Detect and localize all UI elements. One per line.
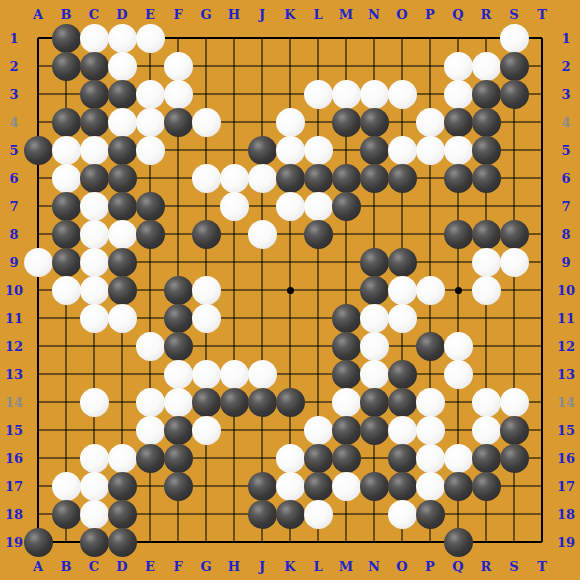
row-label-left-8: 8 bbox=[9, 228, 18, 241]
stone-black-K18 bbox=[276, 500, 305, 529]
stone-white-E14 bbox=[136, 388, 165, 417]
stone-black-B4 bbox=[52, 108, 81, 137]
col-label-top-Q: Q bbox=[452, 8, 463, 21]
stone-white-H13 bbox=[220, 360, 249, 389]
stone-white-L5 bbox=[304, 136, 333, 165]
stone-white-F13 bbox=[164, 360, 193, 389]
stone-white-C18 bbox=[80, 500, 109, 529]
stone-black-D7 bbox=[108, 192, 137, 221]
stone-black-B8 bbox=[52, 220, 81, 249]
col-label-top-M: M bbox=[339, 8, 353, 21]
row-label-left-2: 2 bbox=[9, 60, 18, 73]
stone-white-L3 bbox=[304, 80, 333, 109]
stone-white-S9 bbox=[500, 248, 529, 277]
col-label-bottom-S: S bbox=[509, 560, 518, 573]
stone-black-N4 bbox=[360, 108, 389, 137]
stone-white-C7 bbox=[80, 192, 109, 221]
row-label-right-2: 2 bbox=[561, 60, 570, 73]
stone-white-O3 bbox=[388, 80, 417, 109]
stone-black-S8 bbox=[500, 220, 529, 249]
stone-white-R15 bbox=[472, 416, 501, 445]
stone-white-P16 bbox=[416, 444, 445, 473]
col-label-bottom-E: E bbox=[145, 560, 155, 573]
row-label-left-5: 5 bbox=[9, 144, 18, 157]
stone-white-F2 bbox=[164, 52, 193, 81]
stone-black-J18 bbox=[248, 500, 277, 529]
col-label-bottom-P: P bbox=[425, 560, 435, 573]
stone-white-C5 bbox=[80, 136, 109, 165]
stone-black-F10 bbox=[164, 276, 193, 305]
stone-white-N13 bbox=[360, 360, 389, 389]
stone-white-E1 bbox=[136, 24, 165, 53]
stone-white-C11 bbox=[80, 304, 109, 333]
stone-white-Q16 bbox=[444, 444, 473, 473]
hoshi-Q10 bbox=[455, 287, 462, 294]
row-label-left-7: 7 bbox=[9, 200, 18, 213]
stone-black-E8 bbox=[136, 220, 165, 249]
stone-white-G13 bbox=[192, 360, 221, 389]
stone-black-J5 bbox=[248, 136, 277, 165]
stone-white-K16 bbox=[276, 444, 305, 473]
col-label-top-B: B bbox=[61, 8, 72, 21]
stone-black-G8 bbox=[192, 220, 221, 249]
stone-white-N11 bbox=[360, 304, 389, 333]
col-label-bottom-T: T bbox=[537, 560, 547, 573]
stone-white-G10 bbox=[192, 276, 221, 305]
stone-black-M13 bbox=[332, 360, 361, 389]
stone-white-K17 bbox=[276, 472, 305, 501]
row-label-left-10: 10 bbox=[5, 284, 23, 297]
col-label-top-R: R bbox=[481, 8, 492, 21]
stone-white-Q13 bbox=[444, 360, 473, 389]
stone-white-E15 bbox=[136, 416, 165, 445]
row-label-right-14: 14 bbox=[557, 396, 575, 409]
stone-white-N3 bbox=[360, 80, 389, 109]
col-label-bottom-O: O bbox=[396, 560, 407, 573]
stone-black-J17 bbox=[248, 472, 277, 501]
row-label-left-4: 4 bbox=[9, 116, 18, 129]
stone-black-R6 bbox=[472, 164, 501, 193]
col-label-top-P: P bbox=[425, 8, 435, 21]
stone-white-D16 bbox=[108, 444, 137, 473]
stone-white-O15 bbox=[388, 416, 417, 445]
row-label-right-5: 5 bbox=[561, 144, 570, 157]
stone-white-C8 bbox=[80, 220, 109, 249]
stone-black-D3 bbox=[108, 80, 137, 109]
stone-white-E4 bbox=[136, 108, 165, 137]
stone-white-E12 bbox=[136, 332, 165, 361]
stone-white-P5 bbox=[416, 136, 445, 165]
row-label-right-9: 9 bbox=[561, 256, 570, 269]
row-label-right-8: 8 bbox=[561, 228, 570, 241]
row-label-right-3: 3 bbox=[561, 88, 570, 101]
stone-black-R3 bbox=[472, 80, 501, 109]
stone-black-L6 bbox=[304, 164, 333, 193]
stone-white-Q5 bbox=[444, 136, 473, 165]
stone-white-D11 bbox=[108, 304, 137, 333]
col-label-top-F: F bbox=[173, 8, 182, 21]
row-label-left-14: 14 bbox=[5, 396, 23, 409]
stone-black-D17 bbox=[108, 472, 137, 501]
stone-white-Q3 bbox=[444, 80, 473, 109]
stone-black-K6 bbox=[276, 164, 305, 193]
stone-black-R16 bbox=[472, 444, 501, 473]
stone-black-G14 bbox=[192, 388, 221, 417]
row-label-right-1: 1 bbox=[561, 32, 570, 45]
col-label-top-J: J bbox=[259, 8, 265, 21]
stone-black-Q8 bbox=[444, 220, 473, 249]
stone-black-D5 bbox=[108, 136, 137, 165]
col-label-bottom-C: C bbox=[89, 560, 99, 573]
row-label-left-6: 6 bbox=[9, 172, 18, 185]
stone-black-Q19 bbox=[444, 528, 473, 557]
stone-black-S16 bbox=[500, 444, 529, 473]
stone-white-O18 bbox=[388, 500, 417, 529]
row-label-left-17: 17 bbox=[5, 480, 23, 493]
stone-black-L17 bbox=[304, 472, 333, 501]
stone-black-C19 bbox=[80, 528, 109, 557]
col-label-bottom-J: J bbox=[259, 560, 265, 573]
stone-black-F12 bbox=[164, 332, 193, 361]
row-label-right-7: 7 bbox=[561, 200, 570, 213]
stone-black-F15 bbox=[164, 416, 193, 445]
row-label-right-12: 12 bbox=[557, 340, 575, 353]
col-label-bottom-M: M bbox=[339, 560, 353, 573]
stone-white-E5 bbox=[136, 136, 165, 165]
stone-black-B9 bbox=[52, 248, 81, 277]
stone-black-K14 bbox=[276, 388, 305, 417]
stone-black-L16 bbox=[304, 444, 333, 473]
stone-white-E3 bbox=[136, 80, 165, 109]
col-label-bottom-F: F bbox=[173, 560, 182, 573]
stone-black-R4 bbox=[472, 108, 501, 137]
stone-black-S3 bbox=[500, 80, 529, 109]
row-label-right-11: 11 bbox=[557, 312, 575, 325]
stone-black-R8 bbox=[472, 220, 501, 249]
stone-white-Q2 bbox=[444, 52, 473, 81]
stone-black-B7 bbox=[52, 192, 81, 221]
row-label-right-6: 6 bbox=[561, 172, 570, 185]
stone-white-K5 bbox=[276, 136, 305, 165]
stone-black-S15 bbox=[500, 416, 529, 445]
stone-white-J8 bbox=[248, 220, 277, 249]
stone-white-P17 bbox=[416, 472, 445, 501]
stone-white-A9 bbox=[24, 248, 53, 277]
stone-black-E16 bbox=[136, 444, 165, 473]
stone-white-M3 bbox=[332, 80, 361, 109]
row-label-left-15: 15 bbox=[5, 424, 23, 437]
row-label-right-16: 16 bbox=[557, 452, 575, 465]
stone-white-H6 bbox=[220, 164, 249, 193]
row-label-left-16: 16 bbox=[5, 452, 23, 465]
stone-black-N6 bbox=[360, 164, 389, 193]
stone-white-G11 bbox=[192, 304, 221, 333]
stone-white-C10 bbox=[80, 276, 109, 305]
col-label-top-G: G bbox=[200, 8, 211, 21]
stone-black-N17 bbox=[360, 472, 389, 501]
stone-black-C4 bbox=[80, 108, 109, 137]
stone-black-M12 bbox=[332, 332, 361, 361]
stone-white-G4 bbox=[192, 108, 221, 137]
stone-black-B18 bbox=[52, 500, 81, 529]
stone-white-S14 bbox=[500, 388, 529, 417]
row-label-right-17: 17 bbox=[557, 480, 575, 493]
stone-black-H14 bbox=[220, 388, 249, 417]
col-label-bottom-L: L bbox=[313, 560, 322, 573]
stone-black-C6 bbox=[80, 164, 109, 193]
stone-black-P12 bbox=[416, 332, 445, 361]
stone-white-D4 bbox=[108, 108, 137, 137]
stone-white-F3 bbox=[164, 80, 193, 109]
stone-black-B2 bbox=[52, 52, 81, 81]
stone-black-R17 bbox=[472, 472, 501, 501]
stone-white-M14 bbox=[332, 388, 361, 417]
stone-white-K7 bbox=[276, 192, 305, 221]
stone-black-O13 bbox=[388, 360, 417, 389]
stone-white-R14 bbox=[472, 388, 501, 417]
stone-white-R10 bbox=[472, 276, 501, 305]
stone-white-L7 bbox=[304, 192, 333, 221]
stone-black-D9 bbox=[108, 248, 137, 277]
stone-black-Q4 bbox=[444, 108, 473, 137]
stone-white-P14 bbox=[416, 388, 445, 417]
stone-white-C14 bbox=[80, 388, 109, 417]
stone-white-K4 bbox=[276, 108, 305, 137]
stone-black-L8 bbox=[304, 220, 333, 249]
stone-white-D2 bbox=[108, 52, 137, 81]
stone-black-A19 bbox=[24, 528, 53, 557]
col-label-bottom-K: K bbox=[284, 560, 295, 573]
col-label-top-L: L bbox=[313, 8, 322, 21]
col-label-top-T: T bbox=[537, 8, 547, 21]
stone-white-S1 bbox=[500, 24, 529, 53]
row-label-right-18: 18 bbox=[557, 508, 575, 521]
row-label-right-10: 10 bbox=[557, 284, 575, 297]
stone-white-N12 bbox=[360, 332, 389, 361]
col-label-top-K: K bbox=[284, 8, 295, 21]
stone-black-C3 bbox=[80, 80, 109, 109]
stone-white-C17 bbox=[80, 472, 109, 501]
stone-black-D6 bbox=[108, 164, 137, 193]
stone-white-B5 bbox=[52, 136, 81, 165]
col-label-top-C: C bbox=[89, 8, 99, 21]
stone-black-O14 bbox=[388, 388, 417, 417]
stone-white-J13 bbox=[248, 360, 277, 389]
stone-white-H7 bbox=[220, 192, 249, 221]
col-label-bottom-B: B bbox=[61, 560, 72, 573]
col-label-top-E: E bbox=[145, 8, 155, 21]
col-label-bottom-N: N bbox=[368, 560, 380, 573]
go-board[interactable]: AABBCCDDEEFFGGHHJJKKLLMMNNOOPPQQRRSSTT11… bbox=[0, 0, 580, 580]
stone-black-O16 bbox=[388, 444, 417, 473]
go-app-window: AABBCCDDEEFFGGHHJJKKLLMMNNOOPPQQRRSSTT11… bbox=[0, 0, 580, 580]
col-label-bottom-G: G bbox=[200, 560, 211, 573]
stone-white-F14 bbox=[164, 388, 193, 417]
row-label-right-13: 13 bbox=[557, 368, 575, 381]
col-label-bottom-R: R bbox=[481, 560, 492, 573]
stone-black-M4 bbox=[332, 108, 361, 137]
stone-black-F16 bbox=[164, 444, 193, 473]
stone-black-Q17 bbox=[444, 472, 473, 501]
stone-black-D18 bbox=[108, 500, 137, 529]
stone-white-B17 bbox=[52, 472, 81, 501]
row-label-left-18: 18 bbox=[5, 508, 23, 521]
stone-black-M11 bbox=[332, 304, 361, 333]
stone-white-D8 bbox=[108, 220, 137, 249]
stone-black-P18 bbox=[416, 500, 445, 529]
stone-white-C16 bbox=[80, 444, 109, 473]
col-label-bottom-D: D bbox=[116, 560, 127, 573]
stone-white-R9 bbox=[472, 248, 501, 277]
stone-black-N9 bbox=[360, 248, 389, 277]
stone-white-G6 bbox=[192, 164, 221, 193]
col-label-top-D: D bbox=[116, 8, 127, 21]
stone-black-O9 bbox=[388, 248, 417, 277]
stone-white-G15 bbox=[192, 416, 221, 445]
stone-white-O5 bbox=[388, 136, 417, 165]
stone-black-D10 bbox=[108, 276, 137, 305]
stone-black-D19 bbox=[108, 528, 137, 557]
stone-white-O11 bbox=[388, 304, 417, 333]
stone-black-F17 bbox=[164, 472, 193, 501]
hoshi-K10 bbox=[287, 287, 294, 294]
col-label-top-N: N bbox=[368, 8, 380, 21]
stone-white-B10 bbox=[52, 276, 81, 305]
stone-black-M16 bbox=[332, 444, 361, 473]
stone-black-J14 bbox=[248, 388, 277, 417]
stone-white-P4 bbox=[416, 108, 445, 137]
stone-white-C9 bbox=[80, 248, 109, 277]
row-label-left-1: 1 bbox=[9, 32, 18, 45]
stone-white-P15 bbox=[416, 416, 445, 445]
stone-black-B1 bbox=[52, 24, 81, 53]
col-label-bottom-Q: Q bbox=[452, 560, 463, 573]
row-label-left-19: 19 bbox=[5, 536, 23, 549]
col-label-top-A: A bbox=[33, 8, 43, 21]
stone-white-B6 bbox=[52, 164, 81, 193]
stone-white-Q12 bbox=[444, 332, 473, 361]
stone-black-E7 bbox=[136, 192, 165, 221]
stone-black-N15 bbox=[360, 416, 389, 445]
stone-black-S2 bbox=[500, 52, 529, 81]
stone-white-P10 bbox=[416, 276, 445, 305]
stone-black-A5 bbox=[24, 136, 53, 165]
stone-black-F4 bbox=[164, 108, 193, 137]
col-label-bottom-H: H bbox=[228, 560, 240, 573]
stone-black-R5 bbox=[472, 136, 501, 165]
stone-black-Q6 bbox=[444, 164, 473, 193]
row-label-left-3: 3 bbox=[9, 88, 18, 101]
stone-black-C2 bbox=[80, 52, 109, 81]
stone-black-M15 bbox=[332, 416, 361, 445]
row-label-left-12: 12 bbox=[5, 340, 23, 353]
stone-black-N10 bbox=[360, 276, 389, 305]
row-label-left-9: 9 bbox=[9, 256, 18, 269]
stone-white-J6 bbox=[248, 164, 277, 193]
stone-white-D1 bbox=[108, 24, 137, 53]
stone-black-M6 bbox=[332, 164, 361, 193]
row-label-left-13: 13 bbox=[5, 368, 23, 381]
stone-white-L18 bbox=[304, 500, 333, 529]
stone-black-F11 bbox=[164, 304, 193, 333]
stone-white-O10 bbox=[388, 276, 417, 305]
stone-white-L15 bbox=[304, 416, 333, 445]
stone-white-M17 bbox=[332, 472, 361, 501]
col-label-top-O: O bbox=[396, 8, 407, 21]
stone-black-N14 bbox=[360, 388, 389, 417]
col-label-bottom-A: A bbox=[33, 560, 43, 573]
row-label-left-11: 11 bbox=[5, 312, 23, 325]
stone-white-C1 bbox=[80, 24, 109, 53]
row-label-right-15: 15 bbox=[557, 424, 575, 437]
row-label-right-4: 4 bbox=[561, 116, 570, 129]
row-label-right-19: 19 bbox=[557, 536, 575, 549]
stone-black-O17 bbox=[388, 472, 417, 501]
stone-black-N5 bbox=[360, 136, 389, 165]
stone-black-O6 bbox=[388, 164, 417, 193]
stone-black-M7 bbox=[332, 192, 361, 221]
col-label-top-H: H bbox=[228, 8, 240, 21]
col-label-top-S: S bbox=[509, 8, 518, 21]
stone-white-R2 bbox=[472, 52, 501, 81]
